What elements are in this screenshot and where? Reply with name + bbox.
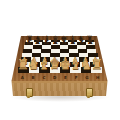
pieces-layer: ♜♞♝♛♚♝♞♜♟♟♟♟♟♟♟♟♟♟♟♟♟♟♟♟♜♞♝♛♚♝♞♜: [0, 0, 120, 120]
piece-wN: ♞: [27, 58, 40, 71]
piece-wQ: ♛: [48, 58, 61, 71]
piece-bP: ♟: [78, 39, 84, 45]
piece-wN: ♞: [80, 58, 93, 71]
piece-bP: ♟: [87, 39, 93, 45]
piece-wP: ♟: [30, 56, 40, 66]
piece-wB: ♝: [37, 58, 50, 71]
piece-wK: ♚: [59, 58, 72, 71]
piece-wP: ♟: [81, 56, 91, 66]
piece-bR: ♜: [26, 35, 33, 42]
piece-bK: ♚: [60, 35, 67, 42]
piece-bP: ♟: [26, 39, 32, 45]
piece-bP: ♟: [52, 39, 58, 45]
piece-wP: ♟: [50, 56, 60, 66]
piece-bB: ♝: [69, 35, 76, 42]
piece-bR: ♜: [86, 35, 93, 42]
piece-bP: ♟: [61, 39, 67, 45]
piece-wP: ♟: [91, 56, 101, 66]
piece-wP: ♟: [60, 56, 70, 66]
piece-bB: ♝: [43, 35, 50, 42]
chess-set-photo: ABCDEFGH ♜♞♝♛♚♝♞♜♟♟♟♟♟♟♟♟♟♟♟♟♟♟♟♟♜♞♝♛♚♝♞…: [0, 0, 120, 120]
piece-bN: ♞: [77, 35, 84, 42]
piece-bP: ♟: [43, 39, 49, 45]
piece-wR: ♜: [90, 58, 103, 71]
piece-wB: ♝: [69, 58, 82, 71]
piece-wP: ♟: [40, 56, 50, 66]
piece-bN: ♞: [34, 35, 41, 42]
piece-wP: ♟: [19, 56, 29, 66]
piece-wP: ♟: [70, 56, 80, 66]
piece-bP: ♟: [70, 39, 76, 45]
piece-bP: ♟: [35, 39, 41, 45]
piece-bQ: ♛: [52, 35, 59, 42]
piece-wR: ♜: [16, 58, 29, 71]
